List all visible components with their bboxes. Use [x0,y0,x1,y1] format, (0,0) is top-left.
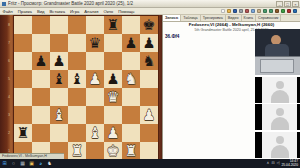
open-icon[interactable] [227,9,232,14]
video-feed-placeholder[interactable] [255,77,300,103]
menu-item-помощь[interactable]: Помощь [116,8,137,15]
square-h8[interactable]: ♚ [140,16,158,34]
square-f2[interactable]: ♟ [104,124,122,142]
piece-black-rook[interactable]: ♜ [104,16,122,34]
menu-item-вставка[interactable]: Вставка [47,8,68,15]
piece-black-pawn[interactable]: ♟ [104,70,122,88]
square-d4[interactable] [68,88,86,106]
square-g8[interactable] [122,16,140,34]
rank-label-2: 2 [6,131,12,135]
menu-items: ФайлПравкаВидВставкаИграАнализОкноПомощь [0,8,137,15]
square-a7[interactable] [14,34,32,52]
square-d6[interactable] [68,52,86,70]
menu-item-вид[interactable]: Вид [34,8,47,15]
redo-icon[interactable] [269,9,274,14]
video-feed-webcam[interactable] [255,29,300,75]
piece-black-knight[interactable]: ♞ [140,52,158,70]
toolbar [221,9,298,14]
chess-board[interactable]: ♜♚♛♟♟♟♟♞♝♝♟♟♞♛♝♟♜♝♟♜♚♜ [14,16,158,160]
engine-icon[interactable] [281,9,286,14]
square-f8[interactable]: ♜ [104,16,122,34]
tab-тренировка[interactable]: Тренировка [201,15,226,21]
rank-label-3: 3 [6,113,12,117]
laptop-screen [255,56,300,75]
board-icon[interactable] [275,9,280,14]
square-e5[interactable]: ♟ [86,70,104,88]
avatar [262,77,297,103]
piece-black-queen[interactable]: ♛ [86,34,104,52]
square-a6[interactable] [14,52,32,70]
square-g2[interactable] [122,124,140,142]
piece-white-king[interactable]: ♚ [104,142,122,160]
square-c3[interactable]: ♝ [50,106,68,124]
piece-white-bishop[interactable]: ♝ [50,106,68,124]
rank-label-5: 5 [6,77,12,81]
square-f4[interactable]: ♛ [104,88,122,106]
piece-black-rook[interactable]: ♜ [14,124,32,142]
square-e2[interactable]: ♝ [86,124,104,142]
square-h1[interactable] [140,142,158,160]
square-e6[interactable] [86,52,104,70]
window-controls: –□× [276,1,299,7]
video-feed-placeholder[interactable] [255,104,300,130]
avatar-head-icon [276,108,284,116]
square-g4[interactable] [122,88,140,106]
square-a8[interactable] [14,16,32,34]
panel-tabs: ЗаписьТаблицаТренировкаВидеоКнигаСправоч… [163,15,300,22]
rank-label-6: 6 [6,59,12,63]
square-a2[interactable]: ♜ [14,124,32,142]
piece-black-bishop[interactable]: ♝ [50,70,68,88]
square-e7[interactable]: ♛ [86,34,104,52]
square-c2[interactable] [50,124,68,142]
avatar-body-icon [271,117,289,130]
square-h4[interactable] [140,88,158,106]
square-b5[interactable] [32,70,50,88]
piece-black-king[interactable]: ♚ [140,16,158,34]
system-tray: ∧⊟◁ [267,159,280,168]
square-h3[interactable]: ♟ [140,106,158,124]
undo-icon[interactable] [263,9,268,14]
piece-white-queen[interactable]: ♛ [104,88,122,106]
square-e8[interactable] [86,16,104,34]
board-frame: ♜♚♛♟♟♟♟♞♝♝♟♟♞♛♝♟♜♝♟♜♚♜ 87654321 [0,15,162,160]
square-c7[interactable] [50,34,68,52]
square-e4[interactable] [86,88,104,106]
rank-label-8: 8 [6,23,12,27]
square-f5[interactable]: ♟ [104,70,122,88]
start-icon[interactable]: ⊞ [0,159,9,168]
copy-icon[interactable] [251,9,256,14]
square-g6[interactable] [122,52,140,70]
square-b3[interactable] [32,106,50,124]
cut-icon[interactable] [245,9,250,14]
square-c5[interactable]: ♝ [50,70,68,88]
square-a5[interactable] [14,70,32,88]
square-d8[interactable] [68,16,86,34]
square-d3[interactable] [68,106,86,124]
square-b6[interactable]: ♟ [32,52,50,70]
rank-label-7: 7 [6,41,12,45]
square-f6[interactable] [104,52,122,70]
minimize-button[interactable]: – [276,1,283,7]
video-feed-placeholder[interactable] [255,132,300,158]
square-g3[interactable] [122,106,140,124]
rank-label-4: 4 [6,95,12,99]
square-b7[interactable] [32,34,50,52]
piece-white-rook[interactable]: ♜ [122,142,140,160]
square-d5[interactable]: ♝ [68,70,86,88]
avatar [262,104,297,130]
menu-bar: ФайлПравкаВидВставкаИграАнализОкноПомощь [0,8,300,15]
tab-запись[interactable]: Запись [163,15,181,21]
video-panel [255,29,300,158]
square-f3[interactable] [104,106,122,124]
square-c8[interactable] [50,16,68,34]
menu-item-анализ[interactable]: Анализ [82,8,101,15]
piece-black-pawn[interactable]: ♟ [140,34,158,52]
square-b2[interactable] [32,124,50,142]
new-icon[interactable] [221,9,226,14]
taskbar: ⊞○▦▣◕♞ ∧⊟◁ 14:47 25.04.2020 [0,159,300,168]
tab-справочник[interactable]: Справочник [256,15,281,21]
save-icon[interactable] [233,9,238,14]
explorer-icon[interactable]: ▣ [27,159,36,168]
taskbar-icons: ⊞○▦▣◕♞ [0,159,54,168]
volume-icon[interactable]: ◁ [277,159,280,168]
square-a4[interactable] [14,88,32,106]
piece-black-bishop[interactable]: ♝ [68,70,86,88]
chess-app-icon[interactable]: ♞ [45,159,54,168]
tab-книга[interactable]: Книга [242,15,257,21]
menu-item-игра[interactable]: Игра [68,8,82,15]
tray-expand-icon[interactable]: ∧ [267,159,270,168]
square-f1[interactable]: ♚ [104,142,122,160]
person-shoulders [265,44,289,56]
square-d2[interactable] [68,124,86,142]
clock-date: 25.04.2020 [281,163,298,167]
search-icon[interactable]: ○ [9,159,18,168]
square-c4[interactable] [50,88,68,106]
avatar-body-icon [271,90,289,103]
square-h6[interactable]: ♞ [140,52,158,70]
square-b4[interactable] [32,88,50,106]
network-icon[interactable]: ⊟ [271,159,274,168]
square-c6[interactable]: ♟ [50,52,68,70]
print-icon[interactable] [239,9,244,14]
piece-white-pawn[interactable]: ♟ [140,106,158,124]
tab-таблица[interactable]: Таблица [181,15,200,21]
piece-white-pawn[interactable]: ♟ [104,124,122,142]
piece-white-bishop[interactable]: ♝ [86,124,104,142]
square-h5[interactable] [140,70,158,88]
square-h7[interactable]: ♟ [140,34,158,52]
book-icon[interactable] [287,9,292,14]
taskview-icon[interactable]: ▦ [18,159,27,168]
avatar-body-icon [271,145,289,158]
square-d7[interactable] [68,34,86,52]
help-icon[interactable] [293,9,298,14]
square-d1[interactable]: ♜ [68,142,86,160]
piece-white-rook[interactable]: ♜ [68,142,86,160]
menu-item-правка[interactable]: Правка [15,8,34,15]
avatar [262,132,297,158]
close-button[interactable]: × [292,1,299,7]
piece-white-knight[interactable]: ♞ [122,70,140,88]
taskbar-clock[interactable]: 14:47 25.04.2020 [281,160,298,167]
piece-black-pawn[interactable]: ♟ [50,52,68,70]
browser-icon[interactable]: ◕ [36,159,45,168]
menu-item-файл[interactable]: Файл [0,8,15,15]
tab-видео[interactable]: Видео [226,15,242,21]
menu-item-окно[interactable]: Окно [101,8,116,15]
square-f7[interactable] [104,34,122,52]
square-g5[interactable]: ♞ [122,70,140,88]
square-g7[interactable]: ♟ [122,34,140,52]
maximize-button[interactable]: □ [284,1,291,7]
avatar-head-icon [276,81,284,89]
avatar-head-icon [276,136,284,144]
square-e3[interactable] [86,106,104,124]
square-a3[interactable] [14,106,32,124]
square-b8[interactable] [32,16,50,34]
paste-icon[interactable] [257,9,262,14]
window-title: Fritz - Просмотр: Grandmaster Battle 202… [8,0,276,8]
square-g1[interactable]: ♜ [122,142,140,160]
piece-white-pawn[interactable]: ♟ [86,70,104,88]
square-h2[interactable] [140,124,158,142]
piece-black-pawn[interactable]: ♟ [32,52,50,70]
app-icon [2,2,6,6]
piece-black-pawn[interactable]: ♟ [122,34,140,52]
square-e1[interactable] [86,142,104,160]
